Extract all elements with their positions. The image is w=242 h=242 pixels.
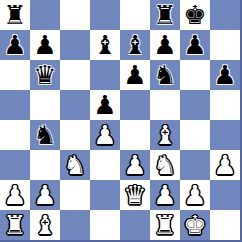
piece-black-pawn[interactable]: ♟ <box>33 30 56 60</box>
square-b7[interactable]: ♟ <box>30 30 60 60</box>
square-g2[interactable]: ♟ <box>180 180 210 210</box>
square-c6[interactable] <box>60 60 90 90</box>
square-a4[interactable] <box>0 120 30 150</box>
square-f6[interactable]: ♞ <box>150 60 180 90</box>
square-h8[interactable] <box>210 0 240 30</box>
square-a8[interactable]: ♜ <box>0 0 30 30</box>
square-b3[interactable] <box>30 150 60 180</box>
square-f1[interactable]: ♜ <box>150 210 180 240</box>
piece-black-knight[interactable]: ♞ <box>33 120 56 150</box>
square-f7[interactable]: ♟ <box>150 30 180 60</box>
square-a1[interactable]: ♜ <box>0 210 30 240</box>
square-h5[interactable] <box>210 90 240 120</box>
piece-black-bishop[interactable]: ♝ <box>93 30 116 60</box>
square-b5[interactable] <box>30 90 60 120</box>
chess-board: ♜♜♚♟♟♝♝♟♟♛♟♞♟♟♞♟♝♞♟♞♟♟♟♛♟♟♜♝♜♚ <box>0 0 242 242</box>
square-h7[interactable] <box>210 30 240 60</box>
piece-white-pawn[interactable]: ♟ <box>183 180 206 210</box>
piece-black-knight[interactable]: ♞ <box>153 60 176 90</box>
piece-white-rook[interactable]: ♜ <box>3 210 26 240</box>
square-h2[interactable] <box>210 180 240 210</box>
piece-black-pawn[interactable]: ♟ <box>153 30 176 60</box>
square-e7[interactable]: ♝ <box>120 30 150 60</box>
square-a2[interactable]: ♟ <box>0 180 30 210</box>
piece-black-rook[interactable]: ♜ <box>153 0 176 30</box>
square-h4[interactable] <box>210 120 240 150</box>
square-g5[interactable] <box>180 90 210 120</box>
square-g7[interactable]: ♟ <box>180 30 210 60</box>
square-f5[interactable] <box>150 90 180 120</box>
square-e6[interactable]: ♟ <box>120 60 150 90</box>
piece-black-rook[interactable]: ♜ <box>3 0 26 30</box>
square-a7[interactable]: ♟ <box>0 30 30 60</box>
square-b4[interactable]: ♞ <box>30 120 60 150</box>
square-g6[interactable] <box>180 60 210 90</box>
piece-white-pawn[interactable]: ♟ <box>123 150 146 180</box>
square-b2[interactable]: ♟ <box>30 180 60 210</box>
piece-white-pawn[interactable]: ♟ <box>93 120 116 150</box>
piece-white-pawn[interactable]: ♟ <box>3 180 26 210</box>
square-e1[interactable] <box>120 210 150 240</box>
square-d3[interactable] <box>90 150 120 180</box>
square-c7[interactable] <box>60 30 90 60</box>
square-d1[interactable] <box>90 210 120 240</box>
piece-black-pawn[interactable]: ♟ <box>183 30 206 60</box>
square-c3[interactable]: ♞ <box>60 150 90 180</box>
piece-black-pawn[interactable]: ♟ <box>3 30 26 60</box>
square-h6[interactable]: ♟ <box>210 60 240 90</box>
piece-white-pawn[interactable]: ♟ <box>33 180 56 210</box>
square-c4[interactable] <box>60 120 90 150</box>
square-d6[interactable] <box>90 60 120 90</box>
square-c1[interactable] <box>60 210 90 240</box>
square-d2[interactable] <box>90 180 120 210</box>
square-e5[interactable] <box>120 90 150 120</box>
piece-white-rook[interactable]: ♜ <box>153 210 176 240</box>
square-a3[interactable] <box>0 150 30 180</box>
square-b8[interactable] <box>30 0 60 30</box>
piece-black-pawn[interactable]: ♟ <box>93 90 116 120</box>
square-b6[interactable]: ♛ <box>30 60 60 90</box>
square-e3[interactable]: ♟ <box>120 150 150 180</box>
piece-white-knight[interactable]: ♞ <box>63 150 86 180</box>
chess-board-widget: ♜♜♚♟♟♝♝♟♟♛♟♞♟♟♞♟♝♞♟♞♟♟♟♛♟♟♜♝♜♚ <box>0 0 242 242</box>
piece-black-pawn[interactable]: ♟ <box>213 60 236 90</box>
square-g1[interactable]: ♚ <box>180 210 210 240</box>
piece-white-knight[interactable]: ♞ <box>153 150 176 180</box>
piece-black-queen[interactable]: ♛ <box>33 60 56 90</box>
piece-black-pawn[interactable]: ♟ <box>123 60 146 90</box>
piece-white-queen[interactable]: ♛ <box>123 180 146 210</box>
square-f3[interactable]: ♞ <box>150 150 180 180</box>
square-e4[interactable] <box>120 120 150 150</box>
piece-white-pawn[interactable]: ♟ <box>213 150 236 180</box>
square-d4[interactable]: ♟ <box>90 120 120 150</box>
square-g3[interactable] <box>180 150 210 180</box>
square-e8[interactable] <box>120 0 150 30</box>
square-g8[interactable]: ♚ <box>180 0 210 30</box>
piece-white-pawn[interactable]: ♟ <box>153 180 176 210</box>
square-f8[interactable]: ♜ <box>150 0 180 30</box>
piece-black-bishop[interactable]: ♝ <box>123 30 146 60</box>
square-h3[interactable]: ♟ <box>210 150 240 180</box>
square-f4[interactable]: ♝ <box>150 120 180 150</box>
square-f2[interactable]: ♟ <box>150 180 180 210</box>
square-c8[interactable] <box>60 0 90 30</box>
square-d7[interactable]: ♝ <box>90 30 120 60</box>
square-e2[interactable]: ♛ <box>120 180 150 210</box>
square-g4[interactable] <box>180 120 210 150</box>
square-b1[interactable]: ♝ <box>30 210 60 240</box>
square-a5[interactable] <box>0 90 30 120</box>
square-a6[interactable] <box>0 60 30 90</box>
square-d5[interactable]: ♟ <box>90 90 120 120</box>
square-c2[interactable] <box>60 180 90 210</box>
piece-white-king[interactable]: ♚ <box>183 210 206 240</box>
square-d8[interactable] <box>90 0 120 30</box>
square-h1[interactable] <box>210 210 240 240</box>
piece-white-bishop[interactable]: ♝ <box>33 210 56 240</box>
square-c5[interactable] <box>60 90 90 120</box>
piece-white-bishop[interactable]: ♝ <box>153 120 176 150</box>
piece-black-king[interactable]: ♚ <box>183 0 206 30</box>
